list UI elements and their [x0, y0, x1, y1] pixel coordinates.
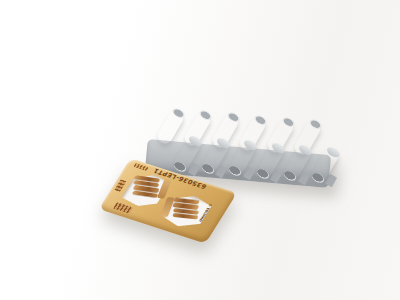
- cylinder-end-cap: [170, 106, 185, 119]
- cylinder-opening: [200, 162, 215, 175]
- cylinder-end-cap: [198, 109, 213, 122]
- cylinder-end-cap: [308, 117, 323, 130]
- cylinder-opening: [255, 167, 270, 180]
- cylinder-end-cap: [253, 113, 268, 126]
- product-photo: 635036-LEPT1 © EDUARD: [0, 0, 400, 300]
- cylinder-opening: [227, 165, 242, 178]
- cylinder-opening: [310, 171, 325, 184]
- cylinder-end-cap: [225, 111, 240, 124]
- cylinder-opening: [282, 169, 297, 182]
- resin-cylinder-group: [0, 0, 400, 300]
- cylinder-end-cap: [280, 115, 295, 128]
- etched-ridged-part: [114, 179, 126, 191]
- resin-cylinder: [155, 108, 186, 147]
- cylinder-end-cap: [324, 145, 340, 159]
- etched-ridged-part: [133, 163, 149, 171]
- etched-ridged-part: [113, 202, 133, 213]
- shroud-part-left: [128, 175, 164, 197]
